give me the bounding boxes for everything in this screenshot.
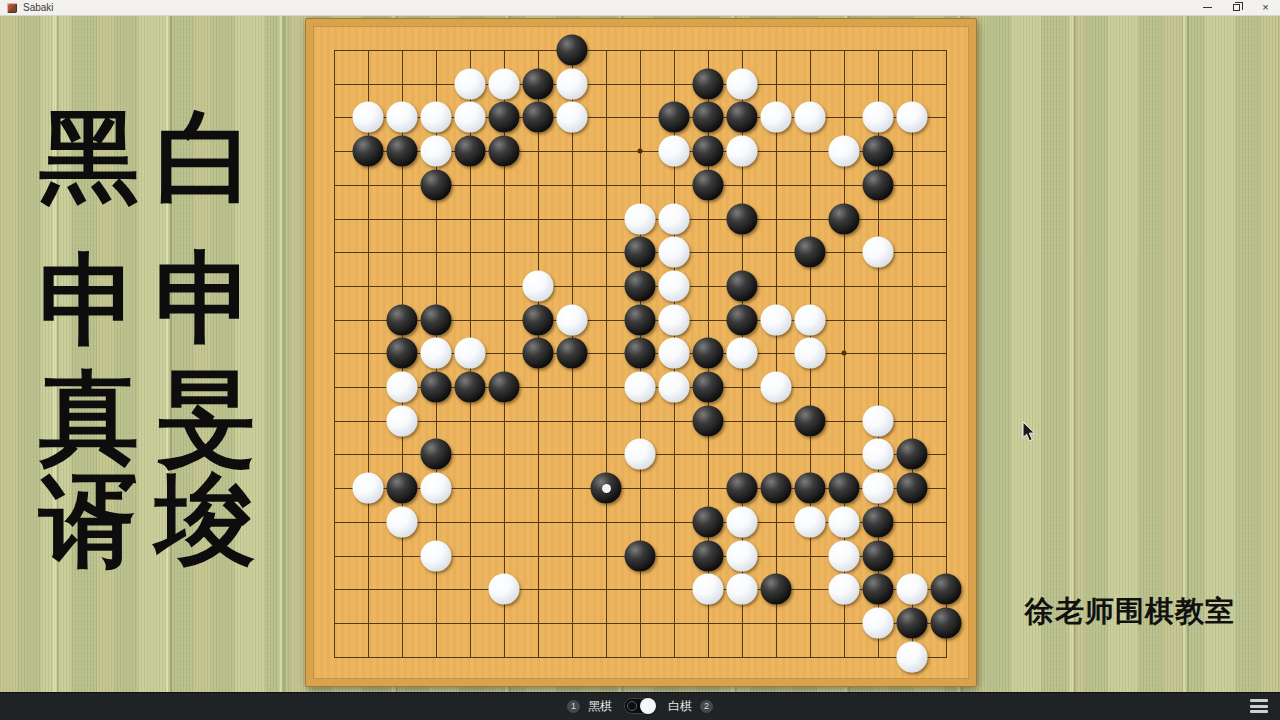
white-stone[interactable]: [387, 372, 418, 403]
white-stone[interactable]: [387, 506, 418, 537]
black-stone[interactable]: [455, 372, 486, 403]
minimize-button[interactable]: [1193, 0, 1222, 16]
white-stone[interactable]: [489, 574, 520, 605]
grid-line-vertical: [912, 50, 913, 657]
black-stone[interactable]: [693, 102, 724, 133]
close-button[interactable]: ×: [1251, 0, 1280, 16]
white-stone[interactable]: [625, 203, 656, 234]
black-stone[interactable]: [829, 473, 860, 504]
black-stone[interactable]: [353, 136, 384, 167]
white-stone[interactable]: [693, 574, 724, 605]
white-stone[interactable]: [659, 203, 690, 234]
white-player-name-char: 旻: [155, 367, 255, 467]
bottom-bar: 1 黑棋 白棋 2: [0, 692, 1280, 720]
black-stone[interactable]: [863, 574, 894, 605]
black-stone[interactable]: [421, 439, 452, 470]
white-stone[interactable]: [387, 102, 418, 133]
black-stone[interactable]: [489, 102, 520, 133]
black-stone[interactable]: [625, 338, 656, 369]
black-player-name-char: 黑: [39, 106, 139, 206]
title-bar: Sabaki ×: [0, 0, 1280, 16]
white-stone[interactable]: [659, 136, 690, 167]
window-title: Sabaki: [23, 2, 54, 13]
restore-icon: [1233, 4, 1240, 11]
black-stone[interactable]: [727, 102, 758, 133]
black-player-label: 黑棋: [588, 698, 612, 715]
black-stone[interactable]: [727, 304, 758, 335]
white-stone[interactable]: [557, 102, 588, 133]
black-stone[interactable]: [863, 540, 894, 571]
turn-toggle[interactable]: [624, 698, 656, 714]
black-stone[interactable]: [523, 338, 554, 369]
hamburger-menu-button[interactable]: [1250, 699, 1268, 713]
white-stone[interactable]: [795, 304, 826, 335]
white-stone[interactable]: [455, 338, 486, 369]
black-stone[interactable]: [863, 506, 894, 537]
black-stone[interactable]: [387, 473, 418, 504]
black-stone[interactable]: [863, 136, 894, 167]
hoshi-point: [842, 351, 847, 356]
white-stone[interactable]: [727, 68, 758, 99]
hamburger-icon: [1250, 710, 1268, 713]
black-stone[interactable]: [931, 607, 962, 638]
white-stone[interactable]: [421, 473, 452, 504]
black-stone[interactable]: [693, 136, 724, 167]
minimize-icon: [1203, 7, 1212, 8]
white-stone[interactable]: [489, 68, 520, 99]
white-stone[interactable]: [421, 136, 452, 167]
grid-line-vertical: [946, 50, 947, 657]
white-stone[interactable]: [829, 136, 860, 167]
black-stone[interactable]: [489, 136, 520, 167]
hamburger-icon: [1250, 705, 1268, 708]
black-stone[interactable]: [591, 473, 622, 504]
white-player-name-char: 埈: [155, 470, 255, 570]
black-player-name-char: 申: [39, 250, 139, 350]
white-stone[interactable]: [659, 338, 690, 369]
white-stone[interactable]: [795, 338, 826, 369]
white-stone[interactable]: [829, 506, 860, 537]
black-stone[interactable]: [421, 304, 452, 335]
white-stone[interactable]: [829, 540, 860, 571]
window-controls: ×: [1193, 0, 1280, 16]
black-stone[interactable]: [693, 68, 724, 99]
restore-button[interactable]: [1222, 0, 1251, 16]
black-stone[interactable]: [659, 102, 690, 133]
black-player-name-char: 谞: [39, 471, 139, 571]
white-stone[interactable]: [863, 405, 894, 436]
black-stone[interactable]: [897, 439, 928, 470]
white-stone[interactable]: [421, 540, 452, 571]
black-stone[interactable]: [795, 405, 826, 436]
black-stone[interactable]: [523, 304, 554, 335]
black-stone[interactable]: [625, 270, 656, 301]
white-stone[interactable]: [353, 102, 384, 133]
black-stone[interactable]: [421, 372, 452, 403]
white-stone[interactable]: [829, 574, 860, 605]
toggle-black-slot: [627, 701, 637, 711]
black-stone[interactable]: [795, 473, 826, 504]
white-stone[interactable]: [659, 270, 690, 301]
black-stone[interactable]: [387, 338, 418, 369]
black-stone[interactable]: [761, 473, 792, 504]
black-stone[interactable]: [693, 540, 724, 571]
white-stone[interactable]: [863, 607, 894, 638]
mouse-cursor: [1022, 421, 1038, 443]
hamburger-icon: [1250, 699, 1268, 702]
black-stone[interactable]: [727, 270, 758, 301]
grid-line-vertical: [776, 50, 777, 657]
black-stone[interactable]: [931, 574, 962, 605]
black-stone[interactable]: [625, 237, 656, 268]
white-stone[interactable]: [863, 473, 894, 504]
white-stone[interactable]: [863, 439, 894, 470]
grid-line-horizontal: [334, 657, 947, 658]
white-stone[interactable]: [727, 574, 758, 605]
white-stone[interactable]: [795, 102, 826, 133]
white-stone[interactable]: [625, 372, 656, 403]
black-stone[interactable]: [693, 506, 724, 537]
white-stone[interactable]: [659, 237, 690, 268]
sabaki-app-icon: [7, 3, 17, 13]
white-stone[interactable]: [863, 237, 894, 268]
white-stone[interactable]: [727, 338, 758, 369]
turn-indicator: 1 黑棋 白棋 2: [567, 698, 713, 715]
black-stone[interactable]: [897, 607, 928, 638]
black-stone[interactable]: [693, 372, 724, 403]
white-stone[interactable]: [421, 338, 452, 369]
white-stone[interactable]: [897, 641, 928, 672]
black-stone[interactable]: [693, 169, 724, 200]
black-stone[interactable]: [897, 473, 928, 504]
white-capture-badge: 2: [700, 700, 713, 713]
black-stone[interactable]: [795, 237, 826, 268]
black-stone[interactable]: [863, 169, 894, 200]
classroom-caption: 徐老师围棋教室: [1021, 593, 1239, 629]
black-stone[interactable]: [421, 169, 452, 200]
black-stone[interactable]: [727, 473, 758, 504]
black-stone[interactable]: [761, 574, 792, 605]
white-stone[interactable]: [659, 372, 690, 403]
white-stone[interactable]: [761, 372, 792, 403]
black-stone[interactable]: [489, 372, 520, 403]
white-player-label: 白棋: [668, 698, 692, 715]
white-stone[interactable]: [897, 574, 928, 605]
white-stone[interactable]: [863, 102, 894, 133]
black-stone[interactable]: [523, 68, 554, 99]
black-stone[interactable]: [829, 203, 860, 234]
white-stone[interactable]: [727, 506, 758, 537]
white-stone[interactable]: [795, 506, 826, 537]
white-stone[interactable]: [455, 68, 486, 99]
close-icon: ×: [1262, 2, 1268, 13]
go-board-field[interactable]: [313, 26, 969, 679]
white-stone[interactable]: [625, 439, 656, 470]
black-stone[interactable]: [387, 304, 418, 335]
white-stone[interactable]: [761, 102, 792, 133]
white-stone[interactable]: [727, 136, 758, 167]
last-move-marker: [602, 484, 611, 493]
black-stone[interactable]: [387, 136, 418, 167]
grid-line-horizontal: [334, 623, 947, 624]
black-player-name-char: 真: [39, 367, 139, 467]
tatami-background: 黑申真谞 白申旻埈 徐老师围棋教室: [0, 16, 1280, 692]
black-capture-badge: 1: [567, 700, 580, 713]
white-stone[interactable]: [897, 102, 928, 133]
white-stone[interactable]: [523, 270, 554, 301]
black-stone[interactable]: [693, 405, 724, 436]
toggle-knob[interactable]: [640, 698, 656, 714]
white-player-name-char: 申: [155, 248, 255, 348]
black-stone[interactable]: [625, 540, 656, 571]
black-stone[interactable]: [455, 136, 486, 167]
black-stone[interactable]: [523, 102, 554, 133]
white-stone[interactable]: [557, 304, 588, 335]
grid-line-horizontal: [334, 421, 947, 422]
black-stone[interactable]: [727, 203, 758, 234]
white-stone[interactable]: [353, 473, 384, 504]
white-stone[interactable]: [557, 68, 588, 99]
black-stone[interactable]: [625, 304, 656, 335]
black-stone[interactable]: [557, 338, 588, 369]
white-stone[interactable]: [727, 540, 758, 571]
white-stone[interactable]: [421, 102, 452, 133]
white-player-name-char: 白: [155, 107, 255, 207]
white-stone[interactable]: [659, 304, 690, 335]
white-stone[interactable]: [761, 304, 792, 335]
white-stone[interactable]: [387, 405, 418, 436]
black-stone[interactable]: [557, 35, 588, 66]
hoshi-point: [638, 149, 643, 154]
go-board[interactable]: [305, 18, 977, 687]
black-stone[interactable]: [693, 338, 724, 369]
white-stone[interactable]: [455, 102, 486, 133]
